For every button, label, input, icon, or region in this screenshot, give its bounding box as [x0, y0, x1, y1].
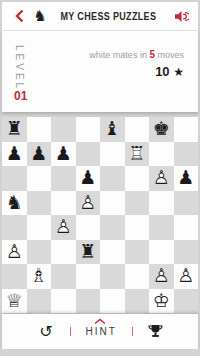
square-f6[interactable] [125, 166, 150, 191]
white-king: ♔ [153, 290, 170, 309]
square-d6[interactable]: ♟ [76, 166, 101, 191]
white-pawn-fill: ♟ [79, 192, 96, 211]
square-h1[interactable] [174, 289, 199, 314]
white-rook-fill: ♜ [128, 143, 145, 162]
white-pawn-fill: ♟ [6, 241, 23, 260]
black-pawn: ♟ [6, 143, 23, 162]
square-d4[interactable] [76, 215, 101, 240]
white-pawn: ♙ [153, 168, 170, 187]
square-f4[interactable] [125, 215, 150, 240]
white-pawn-fill: ♟ [55, 217, 72, 236]
square-d3[interactable]: ♜ [76, 240, 101, 265]
square-a7[interactable]: ♟ [2, 142, 27, 167]
divider [70, 327, 71, 336]
square-e1[interactable] [100, 289, 125, 314]
objective-move-count: 5 [149, 49, 155, 60]
restart-button[interactable]: ↺ [37, 324, 54, 340]
white-pawn: ♙ [153, 266, 170, 285]
square-a1[interactable]: ♛♕ [2, 289, 27, 314]
white-rook: ♖ [128, 143, 145, 162]
square-a8[interactable]: ♜ [2, 117, 27, 142]
chevron-up-icon [94, 318, 107, 325]
black-pawn: ♟ [55, 143, 72, 162]
divider [132, 327, 133, 336]
square-c2[interactable] [51, 264, 76, 289]
square-e7[interactable] [100, 142, 125, 167]
puzzle-header: LEVEL 01 white mates in 5 moves 10 ★ [2, 31, 198, 112]
square-b7[interactable]: ♟ [27, 142, 52, 167]
square-d2[interactable] [76, 264, 101, 289]
square-g8[interactable]: ♚ [149, 117, 174, 142]
square-h6[interactable]: ♟ [174, 166, 199, 191]
white-pawn: ♙ [79, 192, 96, 211]
square-d8[interactable] [76, 117, 101, 142]
square-h4[interactable] [174, 215, 199, 240]
square-a5[interactable]: ♞ [2, 191, 27, 216]
square-b3[interactable] [27, 240, 52, 265]
puzzle-objective: white mates in 5 moves [89, 49, 184, 60]
square-b6[interactable] [27, 166, 52, 191]
square-c1[interactable] [51, 289, 76, 314]
black-rook: ♜ [6, 119, 23, 138]
white-pawn-fill: ♟ [153, 266, 170, 285]
stars-value: 10 [155, 64, 169, 79]
square-g5[interactable] [149, 191, 174, 216]
black-rook: ♜ [79, 241, 96, 260]
black-knight: ♞ [6, 192, 23, 211]
black-bishop: ♝ [104, 119, 121, 138]
square-b8[interactable] [27, 117, 52, 142]
white-pawn: ♙ [177, 266, 194, 285]
square-g2[interactable]: ♟♙ [149, 264, 174, 289]
square-g6[interactable]: ♟♙ [149, 166, 174, 191]
square-c3[interactable] [51, 240, 76, 265]
knight-puzzle-icon: ♞ [33, 9, 46, 24]
square-c4[interactable]: ♟♙ [51, 215, 76, 240]
back-button[interactable] [10, 7, 28, 25]
square-c7[interactable]: ♟ [51, 142, 76, 167]
square-b4[interactable] [27, 215, 52, 240]
trophy-icon [148, 325, 163, 338]
black-pawn: ♟ [79, 168, 96, 187]
square-g3[interactable] [149, 240, 174, 265]
square-f2[interactable] [125, 264, 150, 289]
white-queen-fill: ♛ [6, 290, 23, 309]
square-b1[interactable] [27, 289, 52, 314]
square-d7[interactable] [76, 142, 101, 167]
square-a3[interactable]: ♟♙ [2, 240, 27, 265]
white-king-fill: ♚ [153, 290, 170, 309]
square-e6[interactable] [100, 166, 125, 191]
square-d5[interactable]: ♟♙ [76, 191, 101, 216]
white-bishop: ♗ [30, 266, 47, 285]
square-a2[interactable] [2, 264, 27, 289]
square-h2[interactable]: ♟♙ [174, 264, 199, 289]
chevron-left-icon [15, 9, 24, 23]
square-g1[interactable]: ♚♔ [149, 289, 174, 314]
objective-prefix: white mates in [89, 50, 147, 60]
square-d1[interactable] [76, 289, 101, 314]
square-f1[interactable] [125, 289, 150, 314]
app-brand: ♞ MY CHESS PUZZLES [33, 9, 166, 24]
stars-reward: 10 ★ [155, 64, 184, 79]
square-e8[interactable]: ♝ [100, 117, 125, 142]
square-e3[interactable] [100, 240, 125, 265]
square-h5[interactable] [174, 191, 199, 216]
black-king: ♚ [153, 119, 170, 138]
black-pawn: ♟ [30, 143, 47, 162]
star-icon: ★ [173, 65, 184, 79]
white-pawn: ♙ [55, 217, 72, 236]
level-label: LEVEL [14, 45, 25, 91]
white-pawn-fill: ♟ [177, 266, 194, 285]
square-f7[interactable]: ♜♖ [125, 142, 150, 167]
square-c8[interactable] [51, 117, 76, 142]
white-pawn: ♙ [6, 241, 23, 260]
bottom-bar: ↺ HINT [2, 314, 198, 349]
square-e2[interactable] [100, 264, 125, 289]
square-e4[interactable] [100, 215, 125, 240]
app-title: MY CHESS PUZZLES [60, 10, 156, 22]
sound-button[interactable] [174, 9, 190, 23]
speaker-icon [175, 10, 189, 23]
square-h8[interactable] [174, 117, 199, 142]
square-a6[interactable] [2, 166, 27, 191]
white-pawn-fill: ♟ [153, 168, 170, 187]
square-b2[interactable]: ♝♗ [27, 264, 52, 289]
drawer-handle[interactable] [94, 311, 107, 329]
chess-board: ♜♝♚♟♟♟♜♖♟♟♙♟♞♟♙♟♙♟♙♜♝♗♟♙♟♙♛♕♚♔ [2, 117, 198, 313]
objective-suffix: moves [157, 50, 184, 60]
trophy-button[interactable] [148, 325, 163, 338]
square-g7[interactable] [149, 142, 174, 167]
top-bar: ♞ MY CHESS PUZZLES [2, 2, 198, 31]
white-queen: ♕ [6, 290, 23, 309]
level-number: 01 [14, 89, 27, 103]
black-pawn: ♟ [177, 168, 194, 187]
square-f8[interactable] [125, 117, 150, 142]
white-bishop-fill: ♝ [30, 266, 47, 285]
square-a4[interactable] [2, 215, 27, 240]
square-h3[interactable] [174, 240, 199, 265]
square-h7[interactable] [174, 142, 199, 167]
square-f3[interactable] [125, 240, 150, 265]
square-b5[interactable] [27, 191, 52, 216]
square-f5[interactable] [125, 191, 150, 216]
square-g4[interactable] [149, 215, 174, 240]
square-c5[interactable] [51, 191, 76, 216]
square-c6[interactable] [51, 166, 76, 191]
square-e5[interactable] [100, 191, 125, 216]
